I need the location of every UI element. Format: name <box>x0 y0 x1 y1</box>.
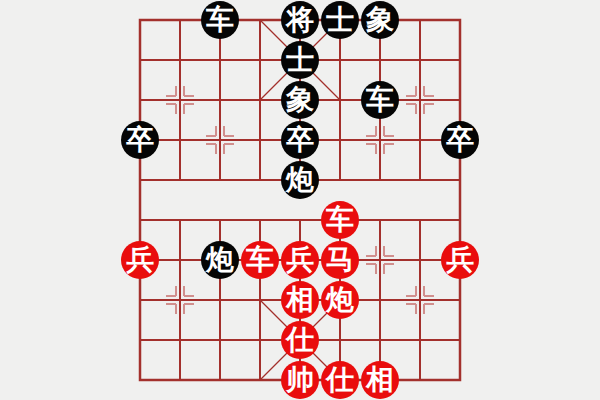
board-point-d1[interactable] <box>240 360 280 400</box>
board-point-g1[interactable]: 相 <box>360 360 400 400</box>
board-point-b8[interactable] <box>160 80 200 120</box>
board-point-d4[interactable]: 车 <box>240 240 280 280</box>
board-point-e8[interactable]: 象 <box>280 80 320 120</box>
board-point-e3[interactable]: 相 <box>280 280 320 320</box>
piece-red-advisor[interactable]: 仕 <box>281 321 319 359</box>
board-point-c9[interactable] <box>200 40 240 80</box>
board-point-c8[interactable] <box>200 80 240 120</box>
piece-black-soldier[interactable]: 卒 <box>441 121 479 159</box>
piece-black-soldier[interactable]: 卒 <box>121 121 159 159</box>
piece-red-advisor[interactable]: 仕 <box>321 361 359 399</box>
board-point-i2[interactable] <box>440 320 480 360</box>
piece-red-chariot[interactable]: 车 <box>241 241 279 279</box>
board-point-g7[interactable] <box>360 120 400 160</box>
board-point-i4[interactable]: 兵 <box>440 240 480 280</box>
board-point-a9[interactable] <box>120 40 160 80</box>
board-point-c6[interactable] <box>200 160 240 200</box>
board-point-f10[interactable]: 士 <box>320 0 360 40</box>
piece-red-soldier[interactable]: 兵 <box>281 241 319 279</box>
board-point-h4[interactable] <box>400 240 440 280</box>
board-point-d8[interactable] <box>240 80 280 120</box>
board-point-h8[interactable] <box>400 80 440 120</box>
board-point-c2[interactable] <box>200 320 240 360</box>
board-point-i8[interactable] <box>440 80 480 120</box>
board-point-i5[interactable] <box>440 200 480 240</box>
board-point-h2[interactable] <box>400 320 440 360</box>
board-point-b2[interactable] <box>160 320 200 360</box>
board-point-i7[interactable]: 卒 <box>440 120 480 160</box>
board-point-c1[interactable] <box>200 360 240 400</box>
board-point-d2[interactable] <box>240 320 280 360</box>
board-point-a4[interactable]: 兵 <box>120 240 160 280</box>
board-point-g9[interactable] <box>360 40 400 80</box>
board-point-f9[interactable] <box>320 40 360 80</box>
piece-black-cannon[interactable]: 炮 <box>201 241 239 279</box>
board-point-c4[interactable]: 炮 <box>200 240 240 280</box>
board-point-i10[interactable] <box>440 0 480 40</box>
board-point-e2[interactable]: 仕 <box>280 320 320 360</box>
board-point-a7[interactable]: 卒 <box>120 120 160 160</box>
board-point-f3[interactable]: 炮 <box>320 280 360 320</box>
board-point-e5[interactable] <box>280 200 320 240</box>
xiangqi-app: 车将士象士象车卒卒卒炮车兵炮车兵马兵相炮仕帅仕相 <box>0 0 600 400</box>
piece-red-elephant[interactable]: 相 <box>281 281 319 319</box>
piece-black-soldier[interactable]: 卒 <box>281 121 319 159</box>
board-point-e1[interactable]: 帅 <box>280 360 320 400</box>
board-point-h3[interactable] <box>400 280 440 320</box>
board-point-h9[interactable] <box>400 40 440 80</box>
board-point-a1[interactable] <box>120 360 160 400</box>
piece-black-advisor[interactable]: 士 <box>321 1 359 39</box>
board-point-d10[interactable] <box>240 0 280 40</box>
board-point-g4[interactable] <box>360 240 400 280</box>
piece-black-elephant[interactable]: 象 <box>361 1 399 39</box>
board-point-b4[interactable] <box>160 240 200 280</box>
piece-black-elephant[interactable]: 象 <box>281 81 319 119</box>
board-point-a6[interactable] <box>120 160 160 200</box>
board-point-b6[interactable] <box>160 160 200 200</box>
board-point-f6[interactable] <box>320 160 360 200</box>
board-point-h5[interactable] <box>400 200 440 240</box>
board-point-f4[interactable]: 马 <box>320 240 360 280</box>
board-point-d3[interactable] <box>240 280 280 320</box>
board-point-b10[interactable] <box>160 0 200 40</box>
board-point-d6[interactable] <box>240 160 280 200</box>
board-point-d9[interactable] <box>240 40 280 80</box>
board-point-c7[interactable] <box>200 120 240 160</box>
board-point-i1[interactable] <box>440 360 480 400</box>
board-point-f2[interactable] <box>320 320 360 360</box>
board-point-i6[interactable] <box>440 160 480 200</box>
board-point-i3[interactable] <box>440 280 480 320</box>
board-point-c10[interactable]: 车 <box>200 0 240 40</box>
board-point-e9[interactable]: 士 <box>280 40 320 80</box>
xiangqi-board: 车将士象士象车卒卒卒炮车兵炮车兵马兵相炮仕帅仕相 <box>120 0 480 400</box>
board-point-d7[interactable] <box>240 120 280 160</box>
board-point-b3[interactable] <box>160 280 200 320</box>
board-point-a8[interactable] <box>120 80 160 120</box>
board-point-b1[interactable] <box>160 360 200 400</box>
board-point-e10[interactable]: 将 <box>280 0 320 40</box>
piece-black-chariot[interactable]: 车 <box>201 1 239 39</box>
piece-black-general[interactable]: 将 <box>281 1 319 39</box>
piece-red-cannon[interactable]: 炮 <box>321 281 359 319</box>
board-point-g5[interactable] <box>360 200 400 240</box>
piece-red-soldier[interactable]: 兵 <box>121 241 159 279</box>
piece-black-cannon[interactable]: 炮 <box>281 161 319 199</box>
board-point-g2[interactable] <box>360 320 400 360</box>
board-point-c5[interactable] <box>200 200 240 240</box>
piece-black-chariot[interactable]: 车 <box>361 81 399 119</box>
board-point-b7[interactable] <box>160 120 200 160</box>
board-point-c3[interactable] <box>200 280 240 320</box>
board-point-a10[interactable] <box>120 0 160 40</box>
board-point-g6[interactable] <box>360 160 400 200</box>
board-point-g10[interactable]: 象 <box>360 0 400 40</box>
board-point-e4[interactable]: 兵 <box>280 240 320 280</box>
board-point-f1[interactable]: 仕 <box>320 360 360 400</box>
piece-red-chariot[interactable]: 车 <box>321 201 359 239</box>
board-point-h7[interactable] <box>400 120 440 160</box>
board-point-d5[interactable] <box>240 200 280 240</box>
board-point-h6[interactable] <box>400 160 440 200</box>
board-point-f8[interactable] <box>320 80 360 120</box>
board-point-h1[interactable] <box>400 360 440 400</box>
board-point-f7[interactable] <box>320 120 360 160</box>
board-point-h10[interactable] <box>400 0 440 40</box>
piece-red-horse[interactable]: 马 <box>321 241 359 279</box>
board-point-a3[interactable] <box>120 280 160 320</box>
piece-red-general[interactable]: 帅 <box>281 361 319 399</box>
board-point-g3[interactable] <box>360 280 400 320</box>
board-point-e7[interactable]: 卒 <box>280 120 320 160</box>
board-point-i9[interactable] <box>440 40 480 80</box>
piece-black-advisor[interactable]: 士 <box>281 41 319 79</box>
piece-red-elephant[interactable]: 相 <box>361 361 399 399</box>
board-point-b5[interactable] <box>160 200 200 240</box>
board-point-e6[interactable]: 炮 <box>280 160 320 200</box>
board-point-f5[interactable]: 车 <box>320 200 360 240</box>
board-point-a2[interactable] <box>120 320 160 360</box>
board-point-b9[interactable] <box>160 40 200 80</box>
piece-red-soldier[interactable]: 兵 <box>441 241 479 279</box>
board-point-a5[interactable] <box>120 200 160 240</box>
board-point-g8[interactable]: 车 <box>360 80 400 120</box>
